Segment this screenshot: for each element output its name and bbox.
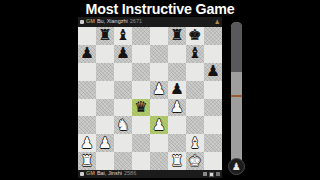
square-e1[interactable] (150, 152, 168, 170)
pawn-logo-icon: ♟ (232, 162, 241, 172)
square-b8[interactable]: ♜ (96, 27, 114, 45)
white-pawn-piece: ♟ (170, 100, 183, 115)
square-e4[interactable] (150, 99, 168, 117)
square-a6[interactable] (78, 63, 96, 81)
square-c4[interactable] (114, 99, 132, 117)
white-king-piece: ♚ (188, 154, 201, 169)
square-h7[interactable] (204, 45, 222, 63)
square-f5[interactable]: ♟ (168, 81, 186, 99)
square-f4[interactable]: ♟ (168, 99, 186, 117)
square-d4[interactable]: ♛ (132, 99, 150, 117)
square-c5[interactable] (114, 81, 132, 99)
square-c1[interactable] (114, 152, 132, 170)
square-g5[interactable] (186, 81, 204, 99)
square-g7[interactable]: ♝ (186, 45, 204, 63)
square-a1[interactable]: ♜ (78, 152, 96, 170)
square-g3[interactable] (186, 116, 204, 134)
square-d6[interactable] (132, 63, 150, 81)
square-e7[interactable] (150, 45, 168, 63)
square-a7[interactable]: ♟ (78, 45, 96, 63)
black-king-piece: ♚ (188, 28, 201, 43)
bottom-player-name: Bai, Jinshi (97, 171, 122, 177)
square-c8[interactable]: ♝ (114, 27, 132, 45)
square-d2[interactable] (132, 134, 150, 152)
bottom-player-bar: GM Bai, Jinshi 2586 (78, 170, 222, 178)
square-d7[interactable] (132, 45, 150, 63)
top-player-title: GM (86, 19, 95, 25)
square-h6[interactable]: ♟ (204, 63, 222, 81)
flag-icon (80, 20, 84, 24)
white-pawn-piece: ♟ (152, 118, 165, 133)
square-b5[interactable] (96, 81, 114, 99)
square-e8[interactable] (150, 27, 168, 45)
chess-board: ♜♝♜♚♟♟♝♟♟♟♛♟♞♟♟♟♝♜♜♚ (78, 27, 222, 170)
square-a2[interactable]: ♟ (78, 134, 96, 152)
square-c7[interactable]: ♟ (114, 45, 132, 63)
white-bishop-piece: ♝ (188, 136, 201, 151)
flag-icon (80, 172, 84, 176)
eval-gauge (231, 22, 242, 174)
square-b6[interactable] (96, 63, 114, 81)
square-a4[interactable] (78, 99, 96, 117)
square-f3[interactable] (168, 116, 186, 134)
square-g2[interactable]: ♝ (186, 134, 204, 152)
black-pawn-piece: ♟ (206, 64, 219, 79)
white-pawn-piece: ♟ (98, 136, 111, 151)
square-h2[interactable] (204, 134, 222, 152)
square-a3[interactable] (78, 116, 96, 134)
eval-gauge-black-section (231, 22, 242, 72)
square-a8[interactable] (78, 27, 96, 45)
square-b1[interactable] (96, 152, 114, 170)
black-queen-piece: ♛ (134, 100, 147, 115)
square-e2[interactable] (150, 134, 168, 152)
square-g4[interactable] (186, 99, 204, 117)
square-e6[interactable] (150, 63, 168, 81)
black-pawn-piece: ♟ (80, 46, 93, 61)
white-pawn-piece: ♟ (152, 82, 165, 97)
square-c2[interactable] (114, 134, 132, 152)
black-rook-piece: ♜ (170, 28, 183, 43)
menu-icon[interactable] (216, 172, 220, 176)
square-c3[interactable]: ♞ (114, 116, 132, 134)
bottom-player-rating: 2586 (124, 171, 136, 177)
black-pawn-piece: ♟ (170, 82, 183, 97)
square-b3[interactable] (96, 116, 114, 134)
square-h4[interactable] (204, 99, 222, 117)
square-g8[interactable]: ♚ (186, 27, 204, 45)
square-f2[interactable] (168, 134, 186, 152)
board-icon[interactable] (209, 172, 214, 177)
square-b7[interactable] (96, 45, 114, 63)
square-f7[interactable] (168, 45, 186, 63)
square-g1[interactable]: ♚ (186, 152, 204, 170)
white-knight-piece: ♞ (116, 118, 129, 133)
square-f6[interactable] (168, 63, 186, 81)
square-d1[interactable] (132, 152, 150, 170)
black-bishop-piece: ♝ (116, 28, 129, 43)
white-pawn-piece: ♟ (80, 136, 93, 151)
player-icon[interactable]: ♟ (215, 19, 220, 25)
square-d3[interactable] (132, 116, 150, 134)
square-d8[interactable] (132, 27, 150, 45)
channel-logo: ♟ (228, 158, 245, 175)
black-bishop-piece: ♝ (188, 46, 201, 61)
square-h3[interactable] (204, 116, 222, 134)
square-g6[interactable] (186, 63, 204, 81)
bottom-player-title: GM (86, 171, 95, 177)
square-f1[interactable]: ♜ (168, 152, 186, 170)
white-rook-piece: ♜ (170, 154, 183, 169)
video-title: Most Instructive Game (8, 0, 312, 17)
chess-app-panel: GM Bu, Xiangzhi 2671 ♟ ♜♝♜♚♟♟♝♟♟♟♛♟♞♟♟♟♝… (78, 17, 222, 178)
square-h1[interactable] (204, 152, 222, 170)
square-e3[interactable]: ♟ (150, 116, 168, 134)
top-player-name: Bu, Xiangzhi (97, 19, 128, 25)
top-player-bar: GM Bu, Xiangzhi 2671 ♟ (78, 17, 222, 27)
black-rook-piece: ♜ (98, 28, 111, 43)
chart-icon[interactable] (203, 172, 207, 176)
eval-gauge-tick (231, 95, 242, 97)
square-e5[interactable]: ♟ (150, 81, 168, 99)
square-b4[interactable] (96, 99, 114, 117)
video-frame: Most Instructive Game GM Bu, Xiangzhi 26… (0, 0, 320, 180)
square-h8[interactable] (204, 27, 222, 45)
square-d5[interactable] (132, 81, 150, 99)
white-rook-piece: ♜ (80, 154, 93, 169)
square-f8[interactable]: ♜ (168, 27, 186, 45)
top-player-rating: 2671 (130, 19, 142, 25)
square-c6[interactable] (114, 63, 132, 81)
square-b2[interactable]: ♟ (96, 134, 114, 152)
black-pawn-piece: ♟ (116, 46, 129, 61)
square-h5[interactable] (204, 81, 222, 99)
square-a5[interactable] (78, 81, 96, 99)
